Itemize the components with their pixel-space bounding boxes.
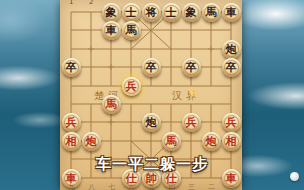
piece-red-horse[interactable]: 馬 xyxy=(162,132,181,151)
piece-glyph: 士 xyxy=(166,6,177,17)
piece-red-elephant[interactable]: 相 xyxy=(222,132,241,151)
top-file-label: 1 xyxy=(69,0,73,6)
bottom-file-label: 九 xyxy=(68,182,75,190)
piece-black-soldier[interactable]: 卒 xyxy=(222,58,241,77)
piece-glyph: 象 xyxy=(106,6,117,17)
piece-black-cannon[interactable]: 炮 xyxy=(142,113,161,132)
piece-black-advisor[interactable]: 士 xyxy=(162,3,181,22)
piece-glyph: 炮 xyxy=(226,43,237,54)
bottom-file-label: 六 xyxy=(128,182,135,190)
piece-red-soldier[interactable]: 兵 xyxy=(222,113,241,132)
move-caption: 车一平二躲一步 xyxy=(0,155,304,174)
piece-black-horse[interactable]: 馬 xyxy=(202,3,221,22)
piece-black-general[interactable]: 将 xyxy=(142,3,161,22)
piece-glyph: 将 xyxy=(146,6,157,17)
piece-red-elephant[interactable]: 相 xyxy=(62,132,81,151)
piece-glyph: 炮 xyxy=(206,135,217,146)
piece-black-soldier[interactable]: 卒 xyxy=(142,58,161,77)
piece-glyph: 相 xyxy=(66,135,77,146)
bottom-file-label: 三 xyxy=(188,182,195,190)
piece-black-elephant[interactable]: 象 xyxy=(182,3,201,22)
piece-glyph: 馬 xyxy=(106,98,117,109)
piece-red-horse[interactable]: 馬 xyxy=(102,95,121,114)
piece-glyph: 兵 xyxy=(66,116,77,127)
piece-glyph: 馬 xyxy=(126,24,137,35)
piece-glyph: 炮 xyxy=(146,116,157,127)
bottom-file-label: 一 xyxy=(228,182,235,190)
bottom-file-label: 二 xyxy=(208,182,215,190)
piece-red-soldier[interactable]: 兵 xyxy=(62,113,81,132)
piece-red-soldier[interactable]: 兵 xyxy=(122,77,141,96)
piece-red-cannon[interactable]: 炮 xyxy=(202,132,221,151)
piece-black-soldier[interactable]: 卒 xyxy=(62,58,81,77)
piece-glyph: 車 xyxy=(106,24,117,35)
piece-glyph: 兵 xyxy=(186,116,197,127)
piece-black-advisor[interactable]: 士 xyxy=(122,3,141,22)
piece-glyph: 車 xyxy=(226,6,237,17)
piece-glyph: 卒 xyxy=(186,61,197,72)
piece-red-soldier[interactable]: 兵 xyxy=(182,113,201,132)
bottom-file-label: 七 xyxy=(108,182,115,190)
piece-glyph: 炮 xyxy=(86,135,97,146)
piece-glyph: 兵 xyxy=(126,80,137,91)
piece-black-chariot[interactable]: 車 xyxy=(102,21,121,40)
piece-glyph: 卒 xyxy=(226,61,237,72)
piece-black-elephant[interactable]: 象 xyxy=(102,3,121,22)
piece-glyph: 相 xyxy=(226,135,237,146)
piece-black-chariot[interactable]: 車 xyxy=(222,3,241,22)
piece-glyph: 馬 xyxy=(206,6,217,17)
piece-red-cannon[interactable]: 炮 xyxy=(82,132,101,151)
bottom-file-label: 五 xyxy=(148,182,155,190)
piece-glyph: 卒 xyxy=(66,61,77,72)
top-file-label: 2 xyxy=(89,0,93,6)
bottom-file-label: 四 xyxy=(168,182,175,190)
piece-black-horse[interactable]: 馬 xyxy=(122,21,141,40)
bottom-file-label: 八 xyxy=(88,182,95,190)
piece-black-cannon[interactable]: 炮 xyxy=(222,40,241,59)
piece-glyph: 士 xyxy=(126,6,137,17)
piece-glyph: 象 xyxy=(186,6,197,17)
video-frame: 楚河 汉界 象士将士象馬車車馬炮卒卒卒卒兵馬炮兵兵兵相炮馬炮相車仕帥仕車 12 … xyxy=(0,0,304,190)
piece-glyph: 兵 xyxy=(226,116,237,127)
piece-glyph: 卒 xyxy=(146,61,157,72)
piece-glyph: 馬 xyxy=(166,135,177,146)
piece-black-soldier[interactable]: 卒 xyxy=(182,58,201,77)
